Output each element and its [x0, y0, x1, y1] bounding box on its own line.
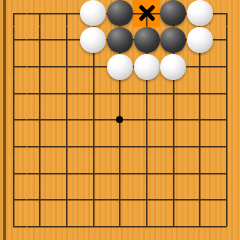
board-point[interactable]	[0, 160, 27, 187]
board-point[interactable]	[133, 80, 160, 107]
board-point[interactable]	[187, 0, 214, 27]
black-stone	[107, 0, 133, 26]
board-point[interactable]	[27, 80, 54, 107]
board-point[interactable]	[160, 187, 187, 214]
board-point[interactable]	[160, 53, 187, 80]
board-point[interactable]	[160, 0, 187, 27]
board-point[interactable]	[107, 0, 134, 27]
board-point[interactable]	[53, 187, 80, 214]
board-point[interactable]	[213, 187, 240, 214]
black-stone	[107, 27, 133, 53]
board-point[interactable]	[107, 27, 134, 54]
board-point[interactable]	[27, 213, 54, 240]
go-board-screen	[0, 0, 240, 240]
board-point[interactable]	[187, 213, 214, 240]
board-point[interactable]	[0, 213, 27, 240]
board-point[interactable]	[107, 160, 134, 187]
board-point[interactable]	[133, 27, 160, 54]
board-point[interactable]	[27, 27, 54, 54]
board-point[interactable]	[133, 187, 160, 214]
board-point[interactable]	[0, 187, 27, 214]
board-point[interactable]	[213, 53, 240, 80]
board-point[interactable]	[160, 133, 187, 160]
board-point[interactable]	[0, 107, 27, 134]
board-point[interactable]	[53, 0, 80, 27]
board-point[interactable]	[133, 53, 160, 80]
board-point[interactable]	[27, 107, 54, 134]
board-point[interactable]	[80, 80, 107, 107]
board-point[interactable]	[27, 160, 54, 187]
board-point[interactable]	[213, 107, 240, 134]
x-mark	[135, 1, 159, 25]
board-point[interactable]	[213, 27, 240, 54]
board-point[interactable]	[160, 160, 187, 187]
board-point[interactable]	[0, 80, 27, 107]
black-stone	[160, 0, 186, 26]
board-point[interactable]	[187, 53, 214, 80]
board-point[interactable]	[27, 187, 54, 214]
board-point[interactable]	[27, 133, 54, 160]
white-stone	[134, 54, 160, 80]
board-point[interactable]	[133, 213, 160, 240]
board-point[interactable]	[133, 0, 160, 27]
board-point[interactable]	[53, 80, 80, 107]
board-point[interactable]	[80, 187, 107, 214]
board-point[interactable]	[80, 213, 107, 240]
board-point[interactable]	[133, 133, 160, 160]
board-point[interactable]	[213, 0, 240, 27]
board-point[interactable]	[187, 160, 214, 187]
board-point[interactable]	[213, 160, 240, 187]
board-point[interactable]	[133, 107, 160, 134]
board-point[interactable]	[107, 213, 134, 240]
board-point[interactable]	[53, 107, 80, 134]
board-point[interactable]	[80, 133, 107, 160]
board-point[interactable]	[187, 80, 214, 107]
board-point[interactable]	[80, 107, 107, 134]
board-point[interactable]	[133, 160, 160, 187]
board-point[interactable]	[53, 160, 80, 187]
board-point[interactable]	[27, 0, 54, 27]
white-stone	[187, 0, 213, 26]
board-point[interactable]	[0, 53, 27, 80]
white-stone	[187, 27, 213, 53]
board-point[interactable]	[160, 27, 187, 54]
white-stone	[80, 0, 106, 26]
board-point[interactable]	[53, 53, 80, 80]
board-point[interactable]	[80, 27, 107, 54]
board-point[interactable]	[80, 0, 107, 27]
board-point[interactable]	[53, 133, 80, 160]
board-point[interactable]	[107, 53, 134, 80]
board-point[interactable]	[107, 107, 134, 134]
board-point[interactable]	[0, 133, 27, 160]
board-point[interactable]	[107, 187, 134, 214]
board-point[interactable]	[213, 133, 240, 160]
board-point[interactable]	[80, 53, 107, 80]
board-point[interactable]	[187, 133, 214, 160]
board-point[interactable]	[187, 107, 214, 134]
board-point[interactable]	[160, 107, 187, 134]
board-point[interactable]	[0, 27, 27, 54]
white-stone	[107, 54, 133, 80]
board-point[interactable]	[160, 213, 187, 240]
board-point[interactable]	[160, 80, 187, 107]
go-board	[0, 0, 240, 240]
board-point[interactable]	[213, 213, 240, 240]
board-point[interactable]	[107, 80, 134, 107]
board-point[interactable]	[80, 160, 107, 187]
board-point[interactable]	[107, 133, 134, 160]
board-point[interactable]	[27, 53, 54, 80]
board-point[interactable]	[213, 80, 240, 107]
black-stone	[134, 27, 160, 53]
white-stone	[160, 54, 186, 80]
board-point[interactable]	[53, 27, 80, 54]
board-point[interactable]	[0, 0, 27, 27]
board-point[interactable]	[53, 213, 80, 240]
board-point[interactable]	[187, 187, 214, 214]
star-point	[116, 116, 123, 123]
white-stone	[80, 27, 106, 53]
black-stone	[160, 27, 186, 53]
board-point[interactable]	[187, 27, 214, 54]
